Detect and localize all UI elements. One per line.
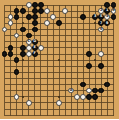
black-stone[interactable] bbox=[20, 8, 26, 14]
stone-label: 7 bbox=[100, 21, 103, 25]
black-stone[interactable] bbox=[14, 14, 20, 20]
grid-line-vertical bbox=[40, 5, 41, 116]
black-stone[interactable] bbox=[38, 2, 44, 8]
black-stone[interactable] bbox=[14, 69, 20, 75]
black-stone[interactable]: 7 bbox=[98, 20, 104, 26]
stone-label: 5 bbox=[100, 15, 103, 19]
grid-line-horizontal bbox=[5, 115, 115, 116]
grid-line-horizontal bbox=[5, 72, 115, 73]
black-stone[interactable] bbox=[14, 57, 20, 63]
white-stone[interactable] bbox=[2, 27, 8, 33]
white-stone[interactable] bbox=[44, 8, 50, 14]
black-stone[interactable] bbox=[20, 45, 26, 51]
star-point bbox=[58, 59, 60, 61]
white-stone[interactable] bbox=[62, 8, 68, 14]
black-stone[interactable] bbox=[111, 14, 117, 20]
white-stone[interactable] bbox=[26, 100, 32, 106]
grid-line-vertical bbox=[65, 5, 66, 116]
go-board[interactable]: 218354796CDEFA bbox=[0, 0, 119, 119]
black-stone[interactable]: E bbox=[32, 45, 38, 51]
stone-label: 3 bbox=[94, 15, 97, 19]
black-stone[interactable] bbox=[38, 8, 44, 14]
white-stone[interactable] bbox=[74, 94, 80, 100]
white-stone[interactable] bbox=[50, 14, 56, 20]
stone-label: 6 bbox=[100, 27, 103, 31]
white-stone[interactable] bbox=[80, 94, 86, 100]
grid-line-horizontal bbox=[5, 84, 115, 85]
stone-label: 8 bbox=[112, 9, 115, 13]
black-stone[interactable] bbox=[92, 94, 98, 100]
black-stone[interactable]: 1 bbox=[104, 8, 110, 14]
black-stone[interactable] bbox=[92, 88, 98, 94]
black-stone[interactable] bbox=[104, 82, 110, 88]
black-stone[interactable] bbox=[32, 14, 38, 20]
stone-label: C bbox=[27, 40, 30, 44]
grid-line-vertical bbox=[71, 5, 72, 116]
grid-line-horizontal bbox=[5, 109, 115, 110]
grid-line-horizontal bbox=[5, 5, 115, 6]
grid-line-horizontal bbox=[5, 35, 115, 36]
black-stone[interactable] bbox=[98, 88, 104, 94]
black-stone[interactable] bbox=[104, 2, 110, 8]
black-stone[interactable] bbox=[56, 20, 62, 26]
black-stone[interactable] bbox=[8, 45, 14, 51]
star-point bbox=[22, 96, 24, 98]
white-stone[interactable] bbox=[8, 14, 14, 20]
black-stone[interactable]: 9 bbox=[104, 20, 110, 26]
white-stone[interactable] bbox=[26, 45, 32, 51]
black-stone[interactable] bbox=[2, 51, 8, 57]
black-stone[interactable] bbox=[32, 2, 38, 8]
star-point bbox=[94, 59, 96, 61]
white-stone[interactable] bbox=[86, 88, 92, 94]
black-stone[interactable]: D bbox=[32, 39, 38, 45]
white-stone[interactable]: A bbox=[68, 88, 74, 94]
white-stone[interactable] bbox=[98, 51, 104, 57]
stone-label: F bbox=[34, 52, 36, 56]
white-stone[interactable] bbox=[8, 20, 14, 26]
black-stone[interactable] bbox=[8, 51, 14, 57]
grid-line-horizontal bbox=[5, 41, 115, 42]
black-stone[interactable]: 3 bbox=[92, 14, 98, 20]
stone-label: A bbox=[70, 89, 73, 93]
white-stone[interactable]: 8 bbox=[111, 8, 117, 14]
white-stone[interactable] bbox=[56, 100, 62, 106]
grid-line-vertical bbox=[4, 5, 5, 116]
black-stone[interactable] bbox=[86, 94, 92, 100]
black-stone[interactable] bbox=[86, 63, 92, 69]
white-stone[interactable]: C bbox=[26, 39, 32, 45]
black-stone[interactable] bbox=[32, 27, 38, 33]
grid-line-vertical bbox=[53, 5, 54, 116]
black-stone[interactable]: F bbox=[32, 51, 38, 57]
black-stone[interactable] bbox=[80, 82, 86, 88]
black-stone[interactable] bbox=[86, 51, 92, 57]
black-stone[interactable]: 5 bbox=[98, 14, 104, 20]
star-point bbox=[58, 96, 60, 98]
stone-label: D bbox=[33, 40, 36, 44]
black-stone[interactable] bbox=[111, 2, 117, 8]
white-stone[interactable]: 2 bbox=[98, 8, 104, 14]
black-stone[interactable] bbox=[20, 27, 26, 33]
black-stone[interactable] bbox=[26, 33, 32, 39]
white-stone[interactable] bbox=[38, 45, 44, 51]
white-stone[interactable] bbox=[44, 20, 50, 26]
stone-label: E bbox=[34, 46, 36, 50]
black-stone[interactable] bbox=[80, 14, 86, 20]
stone-label: 9 bbox=[106, 21, 109, 25]
stone-label: 4 bbox=[106, 15, 109, 19]
white-stone[interactable]: 4 bbox=[104, 14, 110, 20]
white-stone[interactable] bbox=[26, 51, 32, 57]
white-stone[interactable] bbox=[14, 33, 20, 39]
black-stone[interactable] bbox=[26, 14, 32, 20]
black-stone[interactable] bbox=[14, 8, 20, 14]
black-stone[interactable] bbox=[98, 63, 104, 69]
grid-line-vertical bbox=[113, 5, 114, 116]
go-diagram: 218354796CDEFA bbox=[0, 0, 119, 120]
grid-line-horizontal bbox=[5, 78, 115, 79]
stone-label: 2 bbox=[100, 9, 103, 13]
black-stone[interactable] bbox=[20, 51, 26, 57]
star-point bbox=[22, 59, 24, 61]
white-stone[interactable]: 6 bbox=[98, 27, 104, 33]
stone-label: 1 bbox=[106, 9, 109, 13]
white-stone[interactable] bbox=[14, 94, 20, 100]
black-stone[interactable] bbox=[32, 8, 38, 14]
white-stone[interactable] bbox=[26, 2, 32, 8]
black-stone[interactable] bbox=[32, 20, 38, 26]
